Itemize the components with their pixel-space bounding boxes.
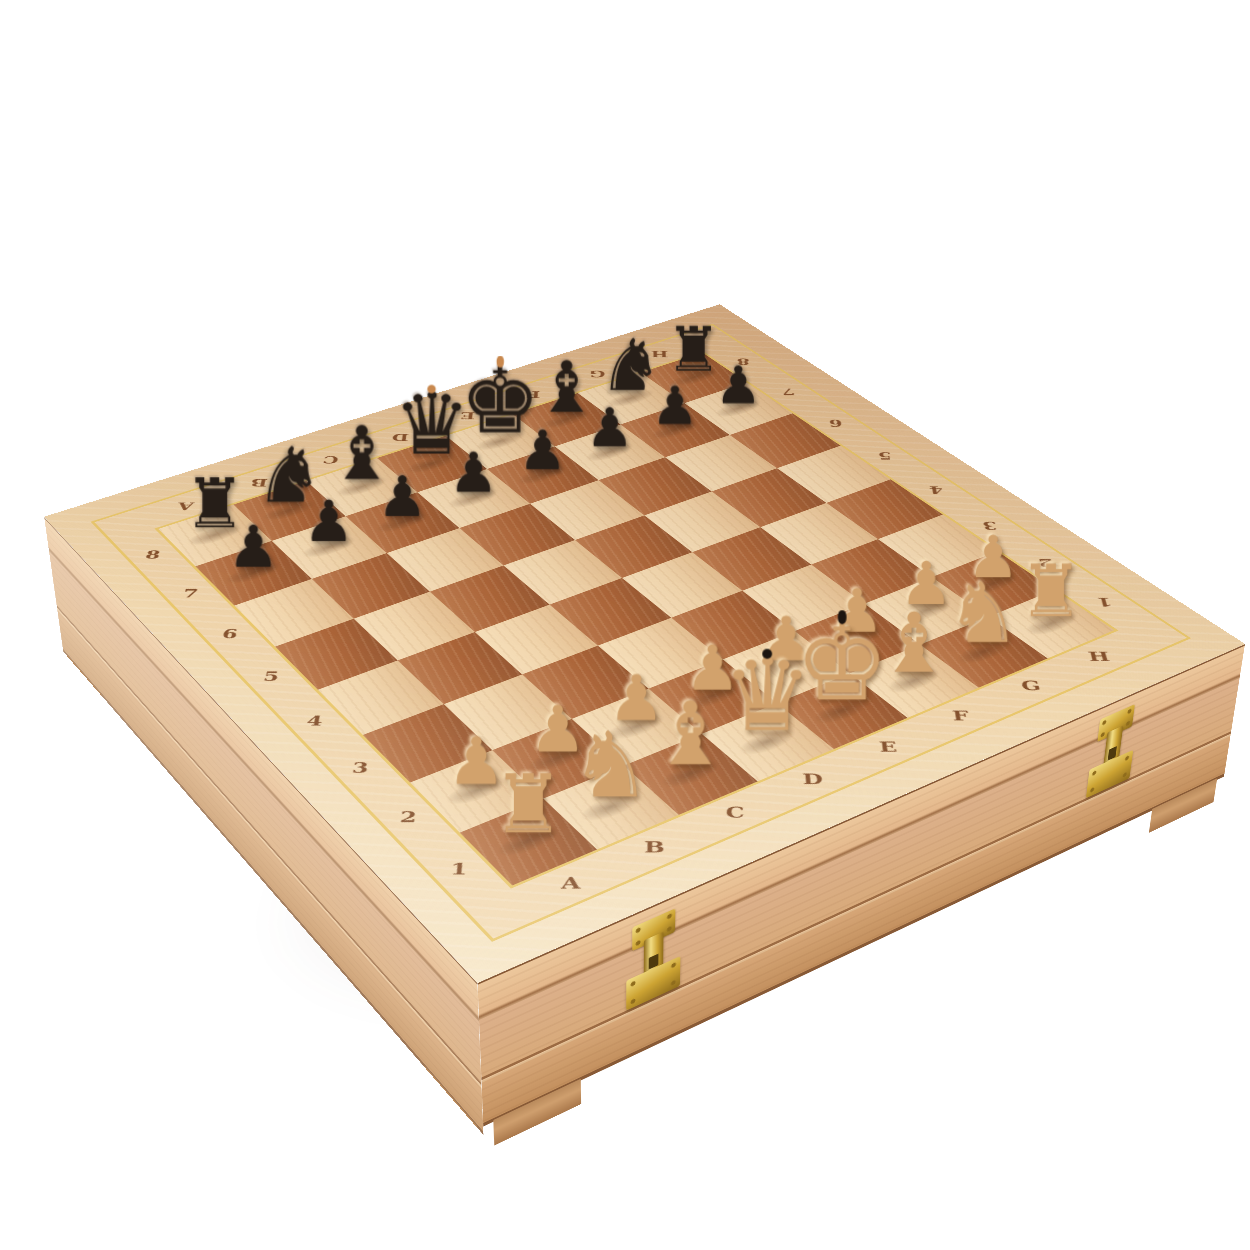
white-rook-glyph: ♜ — [1019, 555, 1083, 627]
finial-tip — [838, 610, 846, 624]
finial-tip — [496, 356, 503, 368]
white-rook-glyph: ♜ — [492, 764, 565, 845]
white-bishop-glyph: ♝ — [651, 691, 729, 778]
finial-tip — [428, 385, 437, 394]
white-queen-glyph: ♛ — [722, 646, 812, 747]
finial-tip — [762, 649, 772, 659]
brass-clasp-right[interactable] — [1086, 702, 1140, 798]
box-foot — [493, 1079, 581, 1146]
brass-clasp-left[interactable] — [626, 906, 681, 1011]
box-foot — [1149, 778, 1217, 833]
white-knight-glyph: ♞ — [946, 572, 1021, 655]
white-knight-glyph: ♞ — [570, 720, 651, 811]
scene: AABBCCDDEEFFGGHH8877665544332211 ♜♞♝♛♚♝♞… — [0, 0, 1250, 1250]
